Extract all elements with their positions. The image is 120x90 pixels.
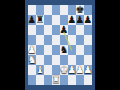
square-d3[interactable] — [52, 55, 60, 65]
square-a5[interactable] — [28, 35, 36, 45]
square-c1[interactable] — [44, 75, 52, 85]
square-h1[interactable] — [84, 75, 92, 85]
square-b2[interactable]: ♝ — [36, 65, 44, 75]
square-a3[interactable]: ♞ — [28, 55, 36, 65]
square-e6[interactable]: ♟ — [60, 25, 68, 35]
square-f3[interactable] — [68, 55, 76, 65]
square-b6[interactable] — [36, 25, 44, 35]
square-g3[interactable] — [76, 55, 84, 65]
square-g7[interactable]: ♟ — [76, 15, 84, 25]
square-b5[interactable] — [36, 35, 44, 45]
square-f6[interactable] — [68, 25, 76, 35]
square-c3[interactable] — [44, 55, 52, 65]
square-f2[interactable]: ♟ — [68, 65, 76, 75]
square-a6[interactable] — [28, 25, 36, 35]
square-a4[interactable]: ♟ — [28, 45, 36, 55]
square-f4[interactable] — [68, 45, 76, 55]
square-d1[interactable]: ♜ — [52, 75, 60, 85]
square-e2[interactable]: ♚ — [60, 65, 68, 75]
square-g2[interactable]: ♟ — [76, 65, 84, 75]
square-b4[interactable] — [36, 45, 44, 55]
square-d8[interactable] — [52, 5, 60, 15]
square-h5[interactable] — [84, 35, 92, 45]
square-e8[interactable] — [60, 5, 68, 15]
square-b1[interactable] — [36, 75, 44, 85]
square-e4[interactable]: ♞ — [60, 45, 68, 55]
square-d2[interactable] — [52, 65, 60, 75]
square-b8[interactable] — [36, 5, 44, 15]
square-h8[interactable] — [84, 5, 92, 15]
chess-diagram: ♚♟♜♟♟♟♟♟♞♞♝♚♟♟♟♜ — [0, 0, 120, 90]
square-c6[interactable] — [44, 25, 52, 35]
square-c4[interactable] — [44, 45, 52, 55]
square-c7[interactable] — [44, 15, 52, 25]
square-e3[interactable] — [60, 55, 68, 65]
square-h7[interactable]: ♟ — [84, 15, 92, 25]
square-a8[interactable] — [28, 5, 36, 15]
square-g8[interactable]: ♚ — [76, 5, 84, 15]
square-h2[interactable]: ♟ — [84, 65, 92, 75]
black-pawn-h7: ♟ — [84, 15, 93, 25]
chess-board: ♚♟♜♟♟♟♟♟♞♞♝♚♟♟♟♜ — [28, 5, 92, 85]
square-c8[interactable] — [44, 5, 52, 15]
square-d4[interactable] — [52, 45, 60, 55]
square-f8[interactable] — [68, 5, 76, 15]
square-h4[interactable] — [84, 45, 92, 55]
square-e5[interactable] — [60, 35, 68, 45]
square-c2[interactable] — [44, 65, 52, 75]
square-f1[interactable] — [68, 75, 76, 85]
square-h6[interactable] — [84, 25, 92, 35]
square-b7[interactable]: ♜ — [36, 15, 44, 25]
square-a7[interactable]: ♟ — [28, 15, 36, 25]
square-f7[interactable]: ♟ — [68, 15, 76, 25]
square-e1[interactable] — [60, 75, 68, 85]
square-g6[interactable] — [76, 25, 84, 35]
square-b3[interactable] — [36, 55, 44, 65]
square-g1[interactable] — [76, 75, 84, 85]
square-d5[interactable] — [52, 35, 60, 45]
square-g5[interactable] — [76, 35, 84, 45]
square-f5[interactable] — [68, 35, 76, 45]
square-h3[interactable] — [84, 55, 92, 65]
square-d7[interactable] — [52, 15, 60, 25]
square-a2[interactable] — [28, 65, 36, 75]
square-a1[interactable] — [28, 75, 36, 85]
board-frame: ♚♟♜♟♟♟♟♟♞♞♝♚♟♟♟♜ — [25, 0, 95, 90]
square-c5[interactable] — [44, 35, 52, 45]
square-g4[interactable] — [76, 45, 84, 55]
white-pawn-h2: ♟ — [84, 65, 93, 75]
square-d6[interactable] — [52, 25, 60, 35]
square-e7[interactable] — [60, 15, 68, 25]
